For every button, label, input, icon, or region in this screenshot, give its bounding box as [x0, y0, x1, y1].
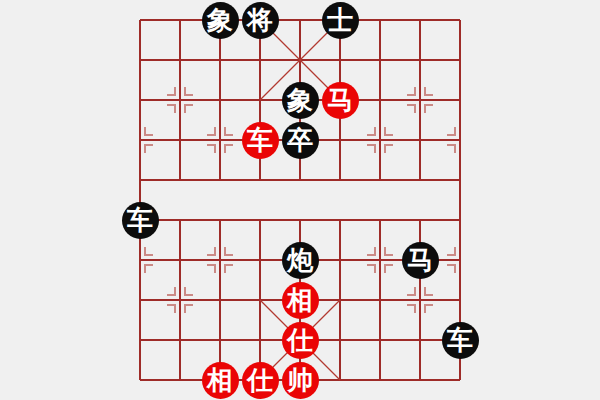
piece-red-elephant[interactable]: 相 [282, 282, 319, 319]
piece-red-advisor[interactable]: 仕 [282, 322, 319, 359]
xiangqi-board: 象将士象马车卒车炮马相仕车相仕帅 [140, 20, 460, 380]
app-background: 象将士象马车卒车炮马相仕车相仕帅 [0, 0, 600, 400]
piece-black-horse[interactable]: 马 [402, 242, 439, 279]
piece-red-advisor[interactable]: 仕 [242, 362, 279, 399]
piece-black-elephant[interactable]: 象 [282, 82, 319, 119]
piece-black-general[interactable]: 将 [242, 2, 279, 39]
piece-black-chariot[interactable]: 车 [442, 322, 479, 359]
piece-black-soldier[interactable]: 卒 [282, 122, 319, 159]
piece-red-chariot[interactable]: 车 [242, 122, 279, 159]
piece-black-chariot[interactable]: 车 [122, 202, 159, 239]
piece-black-cannon[interactable]: 炮 [282, 242, 319, 279]
piece-black-elephant[interactable]: 象 [202, 2, 239, 39]
piece-layer: 象将士象马车卒车炮马相仕车相仕帅 [120, 0, 480, 400]
piece-black-advisor[interactable]: 士 [322, 2, 359, 39]
piece-red-horse[interactable]: 马 [322, 82, 359, 119]
piece-red-general[interactable]: 帅 [282, 362, 319, 399]
piece-red-elephant[interactable]: 相 [202, 362, 239, 399]
